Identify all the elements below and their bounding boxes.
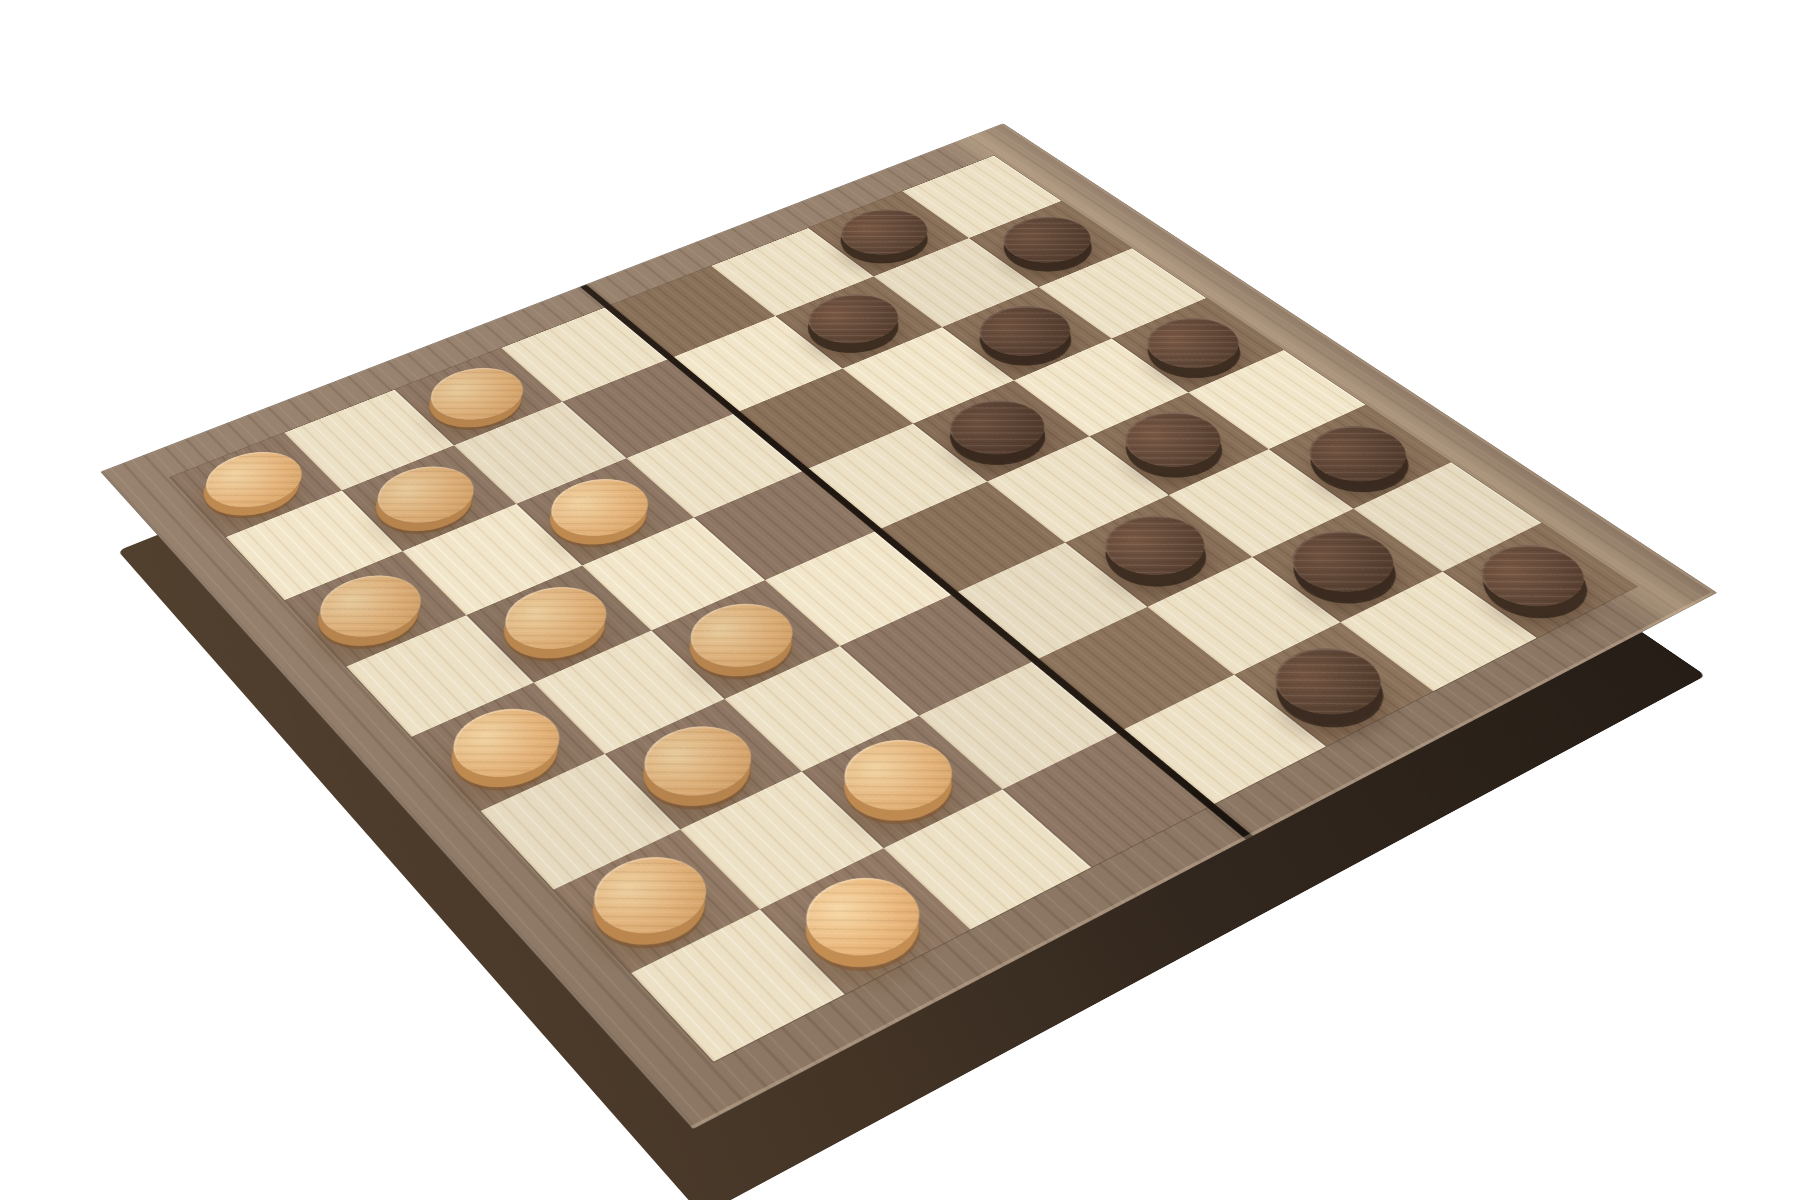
dark-piece-f8[interactable]: [1254, 636, 1402, 728]
square-g7[interactable]: [1252, 509, 1442, 622]
square-f8[interactable]: [1234, 622, 1433, 746]
light-piece-b8[interactable]: [785, 863, 942, 972]
square-d5[interactable]: [765, 532, 951, 647]
square-b8[interactable]: [760, 848, 970, 994]
dark-piece-h8[interactable]: [1460, 533, 1604, 619]
square-d6[interactable]: [840, 595, 1032, 716]
square-d7[interactable]: [919, 662, 1117, 789]
square-c6[interactable]: [724, 646, 918, 771]
square-h8[interactable]: [1443, 523, 1637, 638]
light-piece-b6[interactable]: [625, 713, 772, 810]
square-b4[interactable]: [466, 566, 651, 683]
square-a6[interactable]: [481, 754, 681, 890]
board-top-surface: [100, 123, 1717, 1129]
square-c5[interactable]: [651, 580, 839, 699]
square-e7[interactable]: [1039, 607, 1234, 729]
square-a8[interactable]: [631, 909, 844, 1061]
light-piece-a3[interactable]: [303, 564, 438, 650]
light-piece-c5[interactable]: [672, 592, 812, 680]
square-b7[interactable]: [680, 771, 883, 909]
square-g8[interactable]: [1340, 572, 1536, 692]
square-b6[interactable]: [605, 699, 802, 829]
square-e8[interactable]: [1124, 675, 1326, 804]
photo-background: [0, 0, 1804, 1200]
light-piece-c7[interactable]: [824, 726, 973, 824]
checkers-board: [100, 123, 1717, 1129]
dark-piece-g7[interactable]: [1272, 520, 1414, 604]
square-e6[interactable]: [958, 543, 1147, 659]
light-piece-a7[interactable]: [574, 842, 728, 949]
light-piece-a5[interactable]: [435, 696, 579, 792]
square-c8[interactable]: [884, 789, 1092, 929]
square-f7[interactable]: [1147, 557, 1340, 675]
square-c7[interactable]: [802, 716, 1003, 848]
square-a5[interactable]: [412, 683, 605, 811]
square-b5[interactable]: [534, 630, 725, 753]
square-a4[interactable]: [346, 615, 533, 737]
square-d8[interactable]: [1002, 733, 1207, 868]
light-piece-b4[interactable]: [487, 575, 625, 662]
square-a3[interactable]: [285, 551, 467, 666]
square-a7[interactable]: [554, 829, 760, 973]
